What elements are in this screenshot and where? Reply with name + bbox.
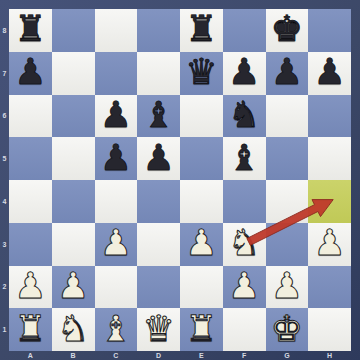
rank-label-4: 4: [0, 180, 9, 223]
square-h3[interactable]: ♟: [308, 223, 351, 266]
square-d8[interactable]: [137, 9, 180, 52]
square-c7[interactable]: [95, 52, 138, 95]
square-h2[interactable]: [308, 266, 351, 309]
rank-label-8: 8: [0, 9, 9, 52]
square-b1[interactable]: ♞: [52, 308, 95, 351]
black-pawn-d5[interactable]: ♟: [142, 140, 174, 176]
square-c5[interactable]: ♟: [95, 137, 138, 180]
square-f8[interactable]: [223, 9, 266, 52]
rank-label-3: 3: [0, 223, 9, 266]
rank-label-5: 5: [0, 137, 9, 180]
square-a1[interactable]: ♜: [9, 308, 52, 351]
rank-label-2: 2: [0, 266, 9, 309]
rank-labels: 87654321: [0, 9, 9, 351]
square-g1[interactable]: ♚: [266, 308, 309, 351]
square-a6[interactable]: [9, 95, 52, 138]
file-label-b: B: [52, 351, 95, 360]
square-f2[interactable]: ♟: [223, 266, 266, 309]
square-a8[interactable]: ♜: [9, 9, 52, 52]
square-d2[interactable]: [137, 266, 180, 309]
black-rook-e8[interactable]: ♜: [185, 11, 217, 47]
square-c8[interactable]: [95, 9, 138, 52]
square-a2[interactable]: ♟: [9, 266, 52, 309]
file-label-d: D: [137, 351, 180, 360]
file-label-c: C: [95, 351, 138, 360]
white-knight-b1[interactable]: ♞: [57, 311, 89, 347]
black-pawn-f7[interactable]: ♟: [228, 54, 260, 90]
square-h1[interactable]: [308, 308, 351, 351]
white-pawn-b2[interactable]: ♟: [57, 268, 89, 304]
square-c1[interactable]: ♝: [95, 308, 138, 351]
square-h4[interactable]: [308, 180, 351, 223]
square-e3[interactable]: ♟: [180, 223, 223, 266]
square-f4[interactable]: [223, 180, 266, 223]
black-king-g8[interactable]: ♚: [271, 11, 303, 47]
chessboard-frame: 87654321 ABCDEFGH ♜♜♚♟♛♟♟♟♟♝♞♟♟♝♟♟♞♟♟♟♟♟…: [0, 0, 360, 360]
chess-board: ♜♜♚♟♛♟♟♟♟♝♞♟♟♝♟♟♞♟♟♟♟♟♜♞♝♛♜♚: [9, 9, 351, 351]
square-h5[interactable]: [308, 137, 351, 180]
white-rook-a1[interactable]: ♜: [14, 311, 46, 347]
black-pawn-h7[interactable]: ♟: [313, 54, 345, 90]
black-queen-e7[interactable]: ♛: [185, 54, 217, 90]
black-pawn-c6[interactable]: ♟: [100, 97, 132, 133]
black-knight-f6[interactable]: ♞: [228, 97, 260, 133]
square-a3[interactable]: [9, 223, 52, 266]
rank-label-1: 1: [0, 308, 9, 351]
square-d1[interactable]: ♛: [137, 308, 180, 351]
square-d4[interactable]: [137, 180, 180, 223]
square-f5[interactable]: ♝: [223, 137, 266, 180]
square-f1[interactable]: [223, 308, 266, 351]
square-d7[interactable]: [137, 52, 180, 95]
white-pawn-e3[interactable]: ♟: [185, 225, 217, 261]
square-c3[interactable]: ♟: [95, 223, 138, 266]
square-e6[interactable]: [180, 95, 223, 138]
white-pawn-f2[interactable]: ♟: [228, 268, 260, 304]
rank-label-7: 7: [0, 52, 9, 95]
square-b2[interactable]: ♟: [52, 266, 95, 309]
white-pawn-g2[interactable]: ♟: [271, 268, 303, 304]
square-f7[interactable]: ♟: [223, 52, 266, 95]
white-queen-d1[interactable]: ♛: [142, 311, 174, 347]
square-b3[interactable]: [52, 223, 95, 266]
square-g6[interactable]: [266, 95, 309, 138]
square-e7[interactable]: ♛: [180, 52, 223, 95]
square-b7[interactable]: [52, 52, 95, 95]
square-e4[interactable]: [180, 180, 223, 223]
file-label-a: A: [9, 351, 52, 360]
square-b5[interactable]: [52, 137, 95, 180]
square-e2[interactable]: [180, 266, 223, 309]
rank-label-6: 6: [0, 95, 9, 138]
black-pawn-c5[interactable]: ♟: [100, 140, 132, 176]
square-c2[interactable]: [95, 266, 138, 309]
square-a4[interactable]: [9, 180, 52, 223]
file-label-e: E: [180, 351, 223, 360]
square-h8[interactable]: [308, 9, 351, 52]
white-pawn-h3[interactable]: ♟: [313, 225, 345, 261]
black-rook-a8[interactable]: ♜: [14, 11, 46, 47]
square-g5[interactable]: [266, 137, 309, 180]
square-a5[interactable]: [9, 137, 52, 180]
black-pawn-a7[interactable]: ♟: [14, 54, 46, 90]
square-c6[interactable]: ♟: [95, 95, 138, 138]
white-pawn-c3[interactable]: ♟: [100, 225, 132, 261]
square-b4[interactable]: [52, 180, 95, 223]
black-bishop-f5[interactable]: ♝: [228, 140, 260, 176]
square-g2[interactable]: ♟: [266, 266, 309, 309]
square-d3[interactable]: [137, 223, 180, 266]
square-g3[interactable]: [266, 223, 309, 266]
square-h7[interactable]: ♟: [308, 52, 351, 95]
square-e5[interactable]: [180, 137, 223, 180]
square-a7[interactable]: ♟: [9, 52, 52, 95]
square-g7[interactable]: ♟: [266, 52, 309, 95]
square-e1[interactable]: ♜: [180, 308, 223, 351]
white-knight-f3[interactable]: ♞: [228, 225, 260, 261]
square-c4[interactable]: [95, 180, 138, 223]
white-pawn-a2[interactable]: ♟: [14, 268, 46, 304]
square-e8[interactable]: ♜: [180, 9, 223, 52]
square-h6[interactable]: [308, 95, 351, 138]
white-bishop-c1[interactable]: ♝: [100, 311, 132, 347]
black-bishop-d6[interactable]: ♝: [142, 97, 174, 133]
square-g4[interactable]: [266, 180, 309, 223]
square-d5[interactable]: ♟: [137, 137, 180, 180]
square-g8[interactable]: ♚: [266, 9, 309, 52]
white-rook-e1[interactable]: ♜: [185, 311, 217, 347]
square-b6[interactable]: [52, 95, 95, 138]
square-d6[interactable]: ♝: [137, 95, 180, 138]
square-b8[interactable]: [52, 9, 95, 52]
file-label-h: H: [308, 351, 351, 360]
square-f6[interactable]: ♞: [223, 95, 266, 138]
square-f3[interactable]: ♞: [223, 223, 266, 266]
file-label-f: F: [223, 351, 266, 360]
black-pawn-g7[interactable]: ♟: [271, 54, 303, 90]
file-label-g: G: [266, 351, 309, 360]
file-labels: ABCDEFGH: [9, 351, 351, 360]
white-king-g1[interactable]: ♚: [271, 311, 303, 347]
